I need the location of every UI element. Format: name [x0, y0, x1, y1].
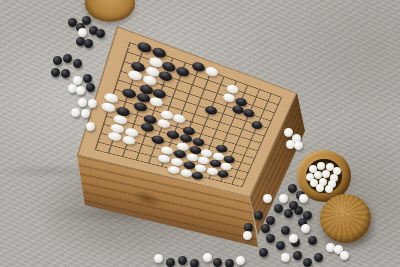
loose-black-stone[interactable]: [53, 56, 62, 65]
loose-black-stone[interactable]: [284, 209, 293, 218]
loose-black-stone[interactable]: [61, 69, 70, 78]
loose-black-stone[interactable]: [82, 16, 91, 25]
loose-black-stone[interactable]: [213, 258, 222, 267]
loose-white-stone[interactable]: [301, 224, 310, 233]
loose-white-stone[interactable]: [76, 86, 85, 95]
loose-black-stone[interactable]: [51, 68, 60, 77]
loose-black-stone[interactable]: [225, 259, 234, 267]
loose-white-stone[interactable]: [154, 254, 163, 263]
bowl-lid[interactable]: [320, 194, 371, 243]
loose-white-stone[interactable]: [281, 253, 290, 262]
loose-black-stone[interactable]: [68, 18, 77, 27]
loose-black-stone[interactable]: [166, 258, 175, 267]
loose-white-stone[interactable]: [236, 256, 245, 265]
loose-black-stone[interactable]: [266, 216, 275, 225]
loose-black-stone[interactable]: [303, 258, 312, 267]
loose-black-stone[interactable]: [259, 248, 268, 257]
loose-black-stone[interactable]: [293, 251, 302, 260]
loose-white-stone[interactable]: [78, 98, 87, 107]
loose-black-stone[interactable]: [84, 39, 93, 48]
bowl-white-stone[interactable]: [316, 184, 324, 192]
intersection-13-13[interactable]: [235, 182, 249, 192]
loose-white-stone[interactable]: [78, 28, 87, 37]
loose-black-stone[interactable]: [281, 226, 290, 235]
loose-black-stone[interactable]: [96, 29, 105, 38]
loose-black-stone[interactable]: [314, 253, 323, 262]
loose-white-stone[interactable]: [243, 231, 252, 240]
loose-white-stone[interactable]: [73, 76, 82, 85]
loose-white-stone[interactable]: [284, 128, 293, 137]
loose-black-stone[interactable]: [254, 211, 263, 220]
loose-black-stone[interactable]: [178, 256, 187, 265]
loose-white-stone[interactable]: [299, 194, 308, 203]
bowl-cavity: [306, 159, 342, 193]
bowl-white-stone[interactable]: [322, 170, 330, 178]
loose-black-stone[interactable]: [261, 224, 270, 233]
loose-black-stone[interactable]: [288, 184, 297, 193]
loose-black-stone[interactable]: [276, 241, 285, 250]
loose-black-stone[interactable]: [83, 74, 92, 83]
loose-white-stone[interactable]: [294, 141, 303, 150]
loose-black-stone[interactable]: [308, 236, 317, 245]
loose-white-stone[interactable]: [279, 194, 288, 203]
loose-white-stone[interactable]: [81, 109, 90, 118]
loose-white-stone[interactable]: [86, 122, 95, 131]
bowl-white-stone[interactable]: [317, 162, 325, 170]
loose-white-stone[interactable]: [340, 251, 349, 260]
loose-black-stone[interactable]: [63, 54, 72, 63]
loose-white-stone[interactable]: [263, 194, 272, 203]
loose-black-stone[interactable]: [86, 83, 95, 92]
loose-black-stone[interactable]: [274, 204, 283, 213]
loose-white-stone[interactable]: [88, 99, 97, 108]
loose-black-stone[interactable]: [190, 259, 199, 267]
loose-white-stone[interactable]: [289, 234, 298, 243]
bowl-white-stone[interactable]: [325, 185, 333, 193]
loose-white-stone[interactable]: [203, 253, 212, 262]
go-scene: [0, 0, 400, 267]
loose-white-stone[interactable]: [71, 108, 80, 117]
loose-black-stone[interactable]: [73, 59, 82, 68]
loose-black-stone[interactable]: [289, 201, 298, 210]
loose-black-stone[interactable]: [266, 234, 275, 243]
